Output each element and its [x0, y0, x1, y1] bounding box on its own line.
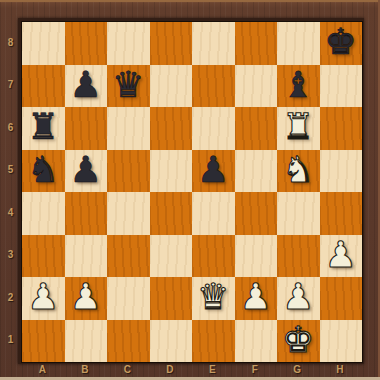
- rank-labels: 87654321: [0, 21, 21, 361]
- white-pawn-b2[interactable]: ♟: [70, 276, 102, 318]
- rank-label-2: 2: [0, 276, 21, 319]
- rank-label-7: 7: [0, 64, 21, 107]
- white-queen-e2[interactable]: ♛: [197, 276, 229, 318]
- square-f8[interactable]: [235, 22, 278, 65]
- square-d2[interactable]: [150, 277, 193, 320]
- square-a8[interactable]: [22, 22, 65, 65]
- file-label-f: F: [234, 361, 277, 378]
- white-pawn-g2[interactable]: ♟: [282, 276, 314, 318]
- square-c4[interactable]: [107, 192, 150, 235]
- square-a6[interactable]: ♜: [22, 107, 65, 150]
- file-label-a: A: [21, 361, 64, 378]
- black-king-h8[interactable]: ♚: [325, 21, 357, 63]
- square-c3[interactable]: [107, 235, 150, 278]
- square-e3[interactable]: [192, 235, 235, 278]
- square-g5[interactable]: ♞: [277, 150, 320, 193]
- square-c1[interactable]: [107, 320, 150, 363]
- square-h6[interactable]: [320, 107, 363, 150]
- square-e1[interactable]: [192, 320, 235, 363]
- square-b3[interactable]: [65, 235, 108, 278]
- rank-label-1: 1: [0, 319, 21, 362]
- black-rook-a6[interactable]: ♜: [27, 106, 59, 148]
- white-rook-g6[interactable]: ♜: [282, 106, 314, 148]
- square-g1[interactable]: ♚: [277, 320, 320, 363]
- white-pawn-f2[interactable]: ♟: [240, 276, 272, 318]
- rank-label-5: 5: [0, 149, 21, 192]
- square-h4[interactable]: [320, 192, 363, 235]
- square-h5[interactable]: [320, 150, 363, 193]
- chess-board: ♚♟♛♝♜♜♞♟♟♞♟♟♟♛♟♟♚: [21, 21, 363, 363]
- square-a2[interactable]: ♟: [22, 277, 65, 320]
- file-label-h: H: [319, 361, 362, 378]
- square-h1[interactable]: [320, 320, 363, 363]
- black-bishop-g7[interactable]: ♝: [282, 64, 314, 106]
- square-c7[interactable]: ♛: [107, 65, 150, 108]
- square-a4[interactable]: [22, 192, 65, 235]
- square-b5[interactable]: ♟: [65, 150, 108, 193]
- square-h8[interactable]: ♚: [320, 22, 363, 65]
- square-f2[interactable]: ♟: [235, 277, 278, 320]
- rank-label-3: 3: [0, 234, 21, 277]
- square-e4[interactable]: [192, 192, 235, 235]
- square-h7[interactable]: [320, 65, 363, 108]
- square-b7[interactable]: ♟: [65, 65, 108, 108]
- rank-label-4: 4: [0, 191, 21, 234]
- square-e8[interactable]: [192, 22, 235, 65]
- square-g2[interactable]: ♟: [277, 277, 320, 320]
- square-h2[interactable]: [320, 277, 363, 320]
- square-f7[interactable]: [235, 65, 278, 108]
- black-knight-a5[interactable]: ♞: [27, 149, 59, 191]
- file-label-c: C: [106, 361, 149, 378]
- square-b4[interactable]: [65, 192, 108, 235]
- square-d5[interactable]: [150, 150, 193, 193]
- square-c6[interactable]: [107, 107, 150, 150]
- square-d4[interactable]: [150, 192, 193, 235]
- square-g6[interactable]: ♜: [277, 107, 320, 150]
- black-pawn-e5[interactable]: ♟: [197, 149, 229, 191]
- square-e2[interactable]: ♛: [192, 277, 235, 320]
- square-e7[interactable]: [192, 65, 235, 108]
- square-f6[interactable]: [235, 107, 278, 150]
- square-d7[interactable]: [150, 65, 193, 108]
- white-pawn-a2[interactable]: ♟: [27, 276, 59, 318]
- file-label-g: G: [276, 361, 319, 378]
- square-f1[interactable]: [235, 320, 278, 363]
- rank-label-8: 8: [0, 21, 21, 64]
- square-c8[interactable]: [107, 22, 150, 65]
- square-g4[interactable]: [277, 192, 320, 235]
- square-g8[interactable]: [277, 22, 320, 65]
- square-c2[interactable]: [107, 277, 150, 320]
- square-b8[interactable]: [65, 22, 108, 65]
- square-e5[interactable]: ♟: [192, 150, 235, 193]
- square-b2[interactable]: ♟: [65, 277, 108, 320]
- file-label-d: D: [149, 361, 192, 378]
- black-pawn-b5[interactable]: ♟: [70, 149, 102, 191]
- black-pawn-b7[interactable]: ♟: [70, 64, 102, 106]
- white-pawn-h3[interactable]: ♟: [325, 234, 357, 276]
- square-f4[interactable]: [235, 192, 278, 235]
- square-h3[interactable]: ♟: [320, 235, 363, 278]
- square-a7[interactable]: [22, 65, 65, 108]
- white-knight-g5[interactable]: ♞: [282, 149, 314, 191]
- file-label-e: E: [191, 361, 234, 378]
- white-king-g1[interactable]: ♚: [282, 319, 314, 361]
- square-f5[interactable]: [235, 150, 278, 193]
- square-d1[interactable]: [150, 320, 193, 363]
- black-queen-c7[interactable]: ♛: [112, 64, 144, 106]
- file-label-b: B: [64, 361, 107, 378]
- frame-top-highlight: [0, 0, 380, 2]
- rank-label-6: 6: [0, 106, 21, 149]
- square-f3[interactable]: [235, 235, 278, 278]
- square-e6[interactable]: [192, 107, 235, 150]
- square-d3[interactable]: [150, 235, 193, 278]
- square-g7[interactable]: ♝: [277, 65, 320, 108]
- square-c5[interactable]: [107, 150, 150, 193]
- file-labels: ABCDEFGH: [21, 361, 361, 378]
- square-g3[interactable]: [277, 235, 320, 278]
- square-a3[interactable]: [22, 235, 65, 278]
- square-a1[interactable]: [22, 320, 65, 363]
- square-d8[interactable]: [150, 22, 193, 65]
- square-a5[interactable]: ♞: [22, 150, 65, 193]
- square-d6[interactable]: [150, 107, 193, 150]
- chess-board-diagram: 87654321 ♚♟♛♝♜♜♞♟♟♞♟♟♟♛♟♟♚ ABCDEFGH: [0, 0, 380, 380]
- square-b1[interactable]: [65, 320, 108, 363]
- square-b6[interactable]: [65, 107, 108, 150]
